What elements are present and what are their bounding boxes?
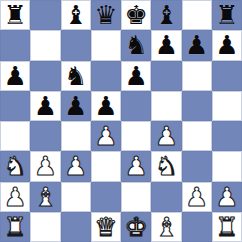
square-g8[interactable] bbox=[182, 0, 212, 30]
square-f6[interactable] bbox=[151, 61, 181, 91]
piece-white-king[interactable]: ♚ bbox=[124, 214, 147, 240]
piece-white-knight[interactable]: ♞ bbox=[155, 153, 178, 179]
square-e4[interactable] bbox=[121, 121, 151, 151]
piece-black-pawn[interactable]: ♟ bbox=[94, 93, 117, 119]
piece-black-pawn[interactable]: ♟ bbox=[34, 93, 57, 119]
square-g4[interactable] bbox=[182, 121, 212, 151]
square-b7[interactable] bbox=[30, 30, 60, 60]
square-e3[interactable]: ♟ bbox=[121, 151, 151, 181]
square-d6[interactable] bbox=[91, 61, 121, 91]
piece-black-knight[interactable]: ♞ bbox=[64, 63, 87, 89]
square-g5[interactable] bbox=[182, 91, 212, 121]
square-g2[interactable]: ♟ bbox=[182, 182, 212, 212]
square-c5[interactable]: ♟ bbox=[61, 91, 91, 121]
square-c8[interactable]: ♝ bbox=[61, 0, 91, 30]
square-b3[interactable]: ♟ bbox=[30, 151, 60, 181]
square-a5[interactable] bbox=[0, 91, 30, 121]
piece-white-knight[interactable]: ♞ bbox=[3, 153, 26, 179]
square-c3[interactable]: ♟ bbox=[61, 151, 91, 181]
piece-white-pawn[interactable]: ♟ bbox=[3, 184, 26, 210]
chess-board-container: ♜♝♛♚♝♜♞♟♟♟♟♞♟♟♟♟♟♟♞♟♟♟♞♟♝♟♟♜♛♚♝♜ bbox=[0, 0, 242, 242]
piece-white-pawn[interactable]: ♟ bbox=[34, 153, 57, 179]
square-d4[interactable]: ♟ bbox=[91, 121, 121, 151]
piece-black-queen[interactable]: ♛ bbox=[94, 2, 117, 28]
piece-white-pawn[interactable]: ♟ bbox=[185, 184, 208, 210]
square-h1[interactable]: ♜ bbox=[212, 212, 242, 242]
square-d1[interactable]: ♛ bbox=[91, 212, 121, 242]
square-h8[interactable]: ♜ bbox=[212, 0, 242, 30]
square-a4[interactable] bbox=[0, 121, 30, 151]
piece-black-king[interactable]: ♚ bbox=[124, 2, 147, 28]
piece-black-knight[interactable]: ♞ bbox=[124, 32, 147, 58]
piece-black-rook[interactable]: ♜ bbox=[215, 2, 238, 28]
square-h3[interactable] bbox=[212, 151, 242, 181]
square-c6[interactable]: ♞ bbox=[61, 61, 91, 91]
piece-black-pawn[interactable]: ♟ bbox=[124, 63, 147, 89]
square-a2[interactable]: ♟ bbox=[0, 182, 30, 212]
square-f5[interactable] bbox=[151, 91, 181, 121]
square-g6[interactable] bbox=[182, 61, 212, 91]
chess-board: ♜♝♛♚♝♜♞♟♟♟♟♞♟♟♟♟♟♟♞♟♟♟♞♟♝♟♟♜♛♚♝♜ bbox=[0, 0, 242, 242]
piece-black-pawn[interactable]: ♟ bbox=[185, 32, 208, 58]
square-f1[interactable]: ♝ bbox=[151, 212, 181, 242]
square-f7[interactable]: ♟ bbox=[151, 30, 181, 60]
square-e5[interactable] bbox=[121, 91, 151, 121]
piece-black-pawn[interactable]: ♟ bbox=[3, 63, 26, 89]
square-d8[interactable]: ♛ bbox=[91, 0, 121, 30]
square-b6[interactable] bbox=[30, 61, 60, 91]
square-b1[interactable] bbox=[30, 212, 60, 242]
square-d2[interactable] bbox=[91, 182, 121, 212]
piece-black-bishop[interactable]: ♝ bbox=[64, 2, 87, 28]
square-h4[interactable] bbox=[212, 121, 242, 151]
square-g1[interactable] bbox=[182, 212, 212, 242]
square-f2[interactable] bbox=[151, 182, 181, 212]
piece-white-bishop[interactable]: ♝ bbox=[155, 214, 178, 240]
square-e2[interactable] bbox=[121, 182, 151, 212]
square-e1[interactable]: ♚ bbox=[121, 212, 151, 242]
piece-white-rook[interactable]: ♜ bbox=[3, 214, 26, 240]
square-e8[interactable]: ♚ bbox=[121, 0, 151, 30]
square-h2[interactable]: ♟ bbox=[212, 182, 242, 212]
piece-black-pawn[interactable]: ♟ bbox=[155, 32, 178, 58]
square-b4[interactable] bbox=[30, 121, 60, 151]
piece-white-pawn[interactable]: ♟ bbox=[155, 123, 178, 149]
piece-black-bishop[interactable]: ♝ bbox=[155, 2, 178, 28]
piece-black-pawn[interactable]: ♟ bbox=[215, 32, 238, 58]
piece-white-pawn[interactable]: ♟ bbox=[64, 153, 87, 179]
square-c2[interactable] bbox=[61, 182, 91, 212]
square-c1[interactable] bbox=[61, 212, 91, 242]
square-d5[interactable]: ♟ bbox=[91, 91, 121, 121]
square-a6[interactable]: ♟ bbox=[0, 61, 30, 91]
piece-white-pawn[interactable]: ♟ bbox=[215, 184, 238, 210]
piece-black-rook[interactable]: ♜ bbox=[3, 2, 26, 28]
square-a3[interactable]: ♞ bbox=[0, 151, 30, 181]
square-a8[interactable]: ♜ bbox=[0, 0, 30, 30]
piece-black-pawn[interactable]: ♟ bbox=[64, 93, 87, 119]
square-a7[interactable] bbox=[0, 30, 30, 60]
piece-white-pawn[interactable]: ♟ bbox=[94, 123, 117, 149]
square-f8[interactable]: ♝ bbox=[151, 0, 181, 30]
square-h7[interactable]: ♟ bbox=[212, 30, 242, 60]
square-d7[interactable] bbox=[91, 30, 121, 60]
piece-white-rook[interactable]: ♜ bbox=[215, 214, 238, 240]
square-c7[interactable] bbox=[61, 30, 91, 60]
square-c4[interactable] bbox=[61, 121, 91, 151]
square-e6[interactable]: ♟ bbox=[121, 61, 151, 91]
square-f4[interactable]: ♟ bbox=[151, 121, 181, 151]
square-h6[interactable] bbox=[212, 61, 242, 91]
square-f3[interactable]: ♞ bbox=[151, 151, 181, 181]
square-a1[interactable]: ♜ bbox=[0, 212, 30, 242]
square-b2[interactable]: ♝ bbox=[30, 182, 60, 212]
piece-white-bishop[interactable]: ♝ bbox=[34, 184, 57, 210]
square-g7[interactable]: ♟ bbox=[182, 30, 212, 60]
square-h5[interactable] bbox=[212, 91, 242, 121]
piece-white-pawn[interactable]: ♟ bbox=[124, 153, 147, 179]
piece-white-queen[interactable]: ♛ bbox=[94, 214, 117, 240]
square-g3[interactable] bbox=[182, 151, 212, 181]
square-b5[interactable]: ♟ bbox=[30, 91, 60, 121]
square-d3[interactable] bbox=[91, 151, 121, 181]
square-b8[interactable] bbox=[30, 0, 60, 30]
square-e7[interactable]: ♞ bbox=[121, 30, 151, 60]
